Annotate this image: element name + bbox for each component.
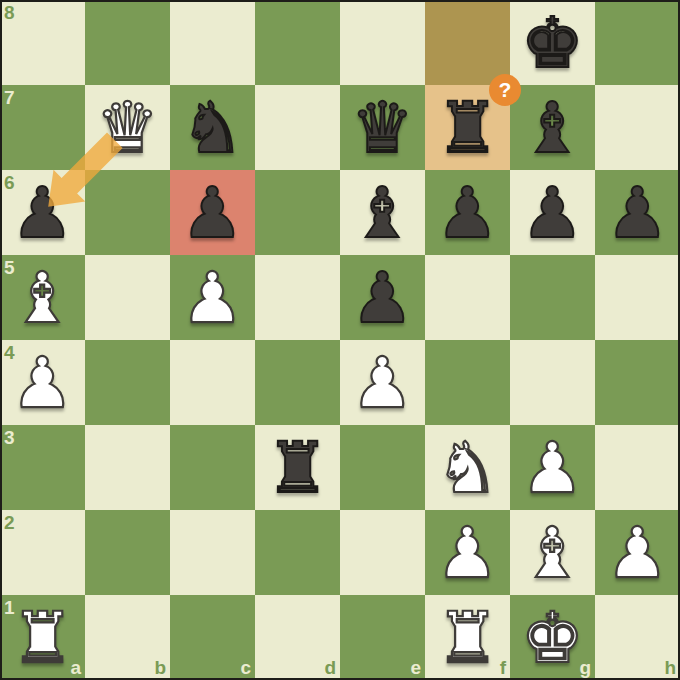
file-label-h: h — [664, 658, 676, 677]
square-a6[interactable]: 6♟ — [0, 170, 85, 255]
rank-label-7: 7 — [4, 88, 15, 107]
rank-label-3: 3 — [4, 428, 15, 447]
rank-label-8: 8 — [4, 3, 15, 22]
square-c5[interactable]: ♟ — [170, 255, 255, 340]
piece-white-bishop-g2[interactable]: ♝ — [510, 510, 595, 595]
square-d8[interactable] — [255, 0, 340, 85]
square-c4[interactable] — [170, 340, 255, 425]
chess-board: 8♚7♛♞♛♜♝6♟♟♝♟♟♟5♝♟♟4♟♟3♜♞♟2♟♝♟1a♜bcdef♜g… — [0, 0, 680, 680]
square-f8-last-move-from[interactable] — [425, 0, 510, 85]
square-f3[interactable]: ♞ — [425, 425, 510, 510]
piece-white-pawn-c5[interactable]: ♟ — [170, 255, 255, 340]
piece-black-bishop-e6[interactable]: ♝ — [340, 170, 425, 255]
piece-black-knight-c7[interactable]: ♞ — [170, 85, 255, 170]
piece-black-rook-d3[interactable]: ♜ — [255, 425, 340, 510]
piece-black-rook-f7[interactable]: ♜ — [425, 85, 510, 170]
square-f6[interactable]: ♟ — [425, 170, 510, 255]
square-g1[interactable]: g♚ — [510, 595, 595, 680]
piece-black-pawn-e5[interactable]: ♟ — [340, 255, 425, 340]
square-g3[interactable]: ♟ — [510, 425, 595, 510]
square-h3[interactable] — [595, 425, 680, 510]
piece-black-pawn-c6[interactable]: ♟ — [170, 170, 255, 255]
square-g4[interactable] — [510, 340, 595, 425]
square-d6[interactable] — [255, 170, 340, 255]
file-label-c: c — [240, 658, 251, 677]
piece-black-queen-e7[interactable]: ♛ — [340, 85, 425, 170]
piece-black-pawn-h6[interactable]: ♟ — [595, 170, 680, 255]
square-b3[interactable] — [85, 425, 170, 510]
square-c6-red-alert[interactable]: ♟ — [170, 170, 255, 255]
square-c1[interactable]: c — [170, 595, 255, 680]
square-f5[interactable] — [425, 255, 510, 340]
square-a2[interactable]: 2 — [0, 510, 85, 595]
square-h4[interactable] — [595, 340, 680, 425]
square-c8[interactable] — [170, 0, 255, 85]
piece-black-pawn-a6[interactable]: ♟ — [0, 170, 85, 255]
square-h2[interactable]: ♟ — [595, 510, 680, 595]
piece-white-pawn-a4[interactable]: ♟ — [0, 340, 85, 425]
piece-black-pawn-f6[interactable]: ♟ — [425, 170, 510, 255]
square-e8[interactable] — [340, 0, 425, 85]
square-c7[interactable]: ♞ — [170, 85, 255, 170]
piece-white-rook-f1[interactable]: ♜ — [425, 595, 510, 680]
square-c2[interactable] — [170, 510, 255, 595]
square-g7[interactable]: ♝ — [510, 85, 595, 170]
square-h7[interactable] — [595, 85, 680, 170]
square-f7-last-move-to[interactable]: ♜ — [425, 85, 510, 170]
square-e4[interactable]: ♟ — [340, 340, 425, 425]
file-label-b: b — [154, 658, 166, 677]
square-h6[interactable]: ♟ — [595, 170, 680, 255]
square-d2[interactable] — [255, 510, 340, 595]
file-label-e: e — [410, 658, 421, 677]
square-d1[interactable]: d — [255, 595, 340, 680]
piece-black-bishop-g7[interactable]: ♝ — [510, 85, 595, 170]
piece-white-pawn-e4[interactable]: ♟ — [340, 340, 425, 425]
square-e5[interactable]: ♟ — [340, 255, 425, 340]
square-d7[interactable] — [255, 85, 340, 170]
square-b5[interactable] — [85, 255, 170, 340]
square-d5[interactable] — [255, 255, 340, 340]
square-g6[interactable]: ♟ — [510, 170, 595, 255]
piece-white-king-g1[interactable]: ♚ — [510, 595, 595, 680]
square-e2[interactable] — [340, 510, 425, 595]
chess-board-wrapper: 8♚7♛♞♛♜♝6♟♟♝♟♟♟5♝♟♟4♟♟3♜♞♟2♟♝♟1a♜bcdef♜g… — [0, 0, 680, 680]
square-a7[interactable]: 7 — [0, 85, 85, 170]
piece-white-pawn-f2[interactable]: ♟ — [425, 510, 510, 595]
square-f2[interactable]: ♟ — [425, 510, 510, 595]
square-a4[interactable]: 4♟ — [0, 340, 85, 425]
piece-white-rook-a1[interactable]: ♜ — [0, 595, 85, 680]
piece-white-pawn-h2[interactable]: ♟ — [595, 510, 680, 595]
square-f4[interactable] — [425, 340, 510, 425]
square-e3[interactable] — [340, 425, 425, 510]
rank-label-2: 2 — [4, 513, 15, 532]
square-d3[interactable]: ♜ — [255, 425, 340, 510]
square-h1[interactable]: h — [595, 595, 680, 680]
square-b2[interactable] — [85, 510, 170, 595]
square-g2[interactable]: ♝ — [510, 510, 595, 595]
square-g8[interactable]: ♚ — [510, 0, 595, 85]
square-b4[interactable] — [85, 340, 170, 425]
square-b7[interactable]: ♛ — [85, 85, 170, 170]
square-c3[interactable] — [170, 425, 255, 510]
square-h8[interactable] — [595, 0, 680, 85]
square-g5[interactable] — [510, 255, 595, 340]
square-f1[interactable]: f♜ — [425, 595, 510, 680]
piece-white-queen-b7[interactable]: ♛ — [85, 85, 170, 170]
square-e1[interactable]: e — [340, 595, 425, 680]
piece-white-bishop-a5[interactable]: ♝ — [0, 255, 85, 340]
piece-black-king-g8[interactable]: ♚ — [510, 0, 595, 85]
file-label-d: d — [324, 658, 336, 677]
piece-white-knight-f3[interactable]: ♞ — [425, 425, 510, 510]
square-e6[interactable]: ♝ — [340, 170, 425, 255]
piece-black-pawn-g6[interactable]: ♟ — [510, 170, 595, 255]
piece-white-pawn-g3[interactable]: ♟ — [510, 425, 595, 510]
square-b8[interactable] — [85, 0, 170, 85]
square-h5[interactable] — [595, 255, 680, 340]
square-a8[interactable]: 8 — [0, 0, 85, 85]
square-b6[interactable] — [85, 170, 170, 255]
square-a5[interactable]: 5♝ — [0, 255, 85, 340]
square-d4[interactable] — [255, 340, 340, 425]
square-a3[interactable]: 3 — [0, 425, 85, 510]
square-e7[interactable]: ♛ — [340, 85, 425, 170]
square-a1[interactable]: 1a♜ — [0, 595, 85, 680]
square-b1[interactable]: b — [85, 595, 170, 680]
